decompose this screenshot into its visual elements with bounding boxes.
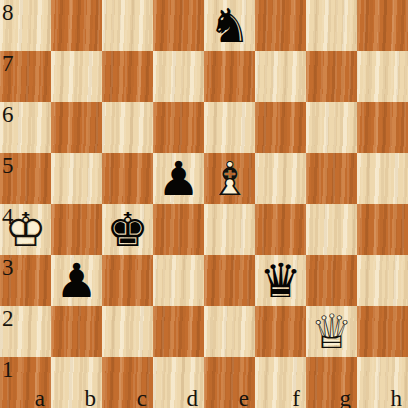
square-h7[interactable] [357, 51, 408, 102]
square-e3[interactable] [204, 255, 255, 306]
piece-fill-layer: ♚ [102, 204, 153, 255]
square-f2[interactable] [255, 306, 306, 357]
square-g8[interactable] [306, 0, 357, 51]
square-b5[interactable] [51, 153, 102, 204]
square-e8[interactable]: ♞ [204, 0, 255, 51]
white-king-icon[interactable]: ♚♔ [0, 204, 51, 255]
square-g5[interactable] [306, 153, 357, 204]
square-a2[interactable]: 2 [0, 306, 51, 357]
square-d7[interactable] [153, 51, 204, 102]
square-c8[interactable] [102, 0, 153, 51]
square-c4[interactable]: ♚ [102, 204, 153, 255]
square-b1[interactable]: b [51, 357, 102, 408]
file-label-c: c [137, 387, 147, 408]
square-c3[interactable] [102, 255, 153, 306]
square-h3[interactable] [357, 255, 408, 306]
black-pawn-icon[interactable]: ♟ [153, 153, 204, 204]
square-g3[interactable] [306, 255, 357, 306]
black-knight-icon[interactable]: ♞ [204, 0, 255, 51]
square-d8[interactable] [153, 0, 204, 51]
piece-fill-layer: ♛ [255, 255, 306, 306]
square-g4[interactable] [306, 204, 357, 255]
square-h4[interactable] [357, 204, 408, 255]
square-e4[interactable] [204, 204, 255, 255]
square-d1[interactable]: d [153, 357, 204, 408]
black-king-icon[interactable]: ♚ [102, 204, 153, 255]
square-e7[interactable] [204, 51, 255, 102]
piece-outline-layer: ♔ [0, 204, 51, 255]
square-a6[interactable]: 6 [0, 102, 51, 153]
square-f3[interactable]: ♛ [255, 255, 306, 306]
square-e1[interactable]: e [204, 357, 255, 408]
square-h8[interactable] [357, 0, 408, 51]
rank-label-7: 7 [2, 52, 14, 75]
square-e5[interactable]: ♝♗ [204, 153, 255, 204]
square-b6[interactable] [51, 102, 102, 153]
rank-label-2: 2 [2, 307, 14, 330]
square-d5[interactable]: ♟ [153, 153, 204, 204]
square-a3[interactable]: 3 [0, 255, 51, 306]
rank-label-5: 5 [2, 154, 14, 177]
rank-label-6: 6 [2, 103, 14, 126]
chess-board: 8♞765♟♝♗4♚♔♚3♟♛2♛♕1abcdefgh [0, 0, 408, 408]
square-g2[interactable]: ♛♕ [306, 306, 357, 357]
piece-fill-layer: ♞ [204, 0, 255, 51]
square-f4[interactable] [255, 204, 306, 255]
rank-label-1: 1 [2, 358, 14, 381]
square-c5[interactable] [102, 153, 153, 204]
square-b3[interactable]: ♟ [51, 255, 102, 306]
square-b4[interactable] [51, 204, 102, 255]
square-c1[interactable]: c [102, 357, 153, 408]
piece-fill-layer: ♟ [51, 255, 102, 306]
square-c6[interactable] [102, 102, 153, 153]
file-label-e: e [239, 387, 249, 408]
square-e6[interactable] [204, 102, 255, 153]
square-f8[interactable] [255, 0, 306, 51]
square-h6[interactable] [357, 102, 408, 153]
file-label-b: b [85, 387, 97, 408]
piece-fill-layer: ♟ [153, 153, 204, 204]
square-d4[interactable] [153, 204, 204, 255]
square-d2[interactable] [153, 306, 204, 357]
square-a8[interactable]: 8 [0, 0, 51, 51]
square-f5[interactable] [255, 153, 306, 204]
file-label-f: f [292, 387, 300, 408]
rank-label-3: 3 [2, 256, 14, 279]
white-queen-icon[interactable]: ♛♕ [306, 306, 357, 357]
square-f6[interactable] [255, 102, 306, 153]
file-label-g: g [340, 387, 352, 408]
black-pawn-icon[interactable]: ♟ [51, 255, 102, 306]
file-label-h: h [391, 387, 403, 408]
square-h1[interactable]: h [357, 357, 408, 408]
square-h2[interactable] [357, 306, 408, 357]
square-a5[interactable]: 5 [0, 153, 51, 204]
square-b7[interactable] [51, 51, 102, 102]
rank-label-8: 8 [2, 1, 14, 24]
square-c2[interactable] [102, 306, 153, 357]
square-a4[interactable]: 4♚♔ [0, 204, 51, 255]
square-b8[interactable] [51, 0, 102, 51]
square-f1[interactable]: f [255, 357, 306, 408]
file-label-d: d [187, 387, 199, 408]
square-f7[interactable] [255, 51, 306, 102]
square-g1[interactable]: g [306, 357, 357, 408]
piece-outline-layer: ♗ [204, 153, 255, 204]
square-e2[interactable] [204, 306, 255, 357]
square-a7[interactable]: 7 [0, 51, 51, 102]
square-d3[interactable] [153, 255, 204, 306]
square-h5[interactable] [357, 153, 408, 204]
piece-outline-layer: ♕ [306, 306, 357, 357]
square-b2[interactable] [51, 306, 102, 357]
file-label-a: a [35, 387, 45, 408]
square-c7[interactable] [102, 51, 153, 102]
white-bishop-icon[interactable]: ♝♗ [204, 153, 255, 204]
square-g7[interactable] [306, 51, 357, 102]
square-g6[interactable] [306, 102, 357, 153]
black-queen-icon[interactable]: ♛ [255, 255, 306, 306]
square-a1[interactable]: 1a [0, 357, 51, 408]
square-d6[interactable] [153, 102, 204, 153]
